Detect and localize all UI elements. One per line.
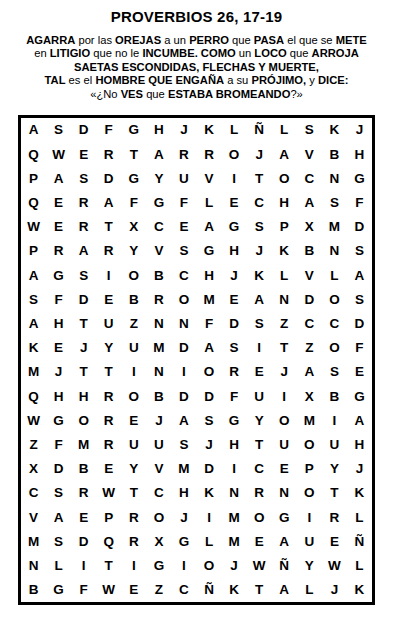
cell-r5c14: D bbox=[347, 215, 372, 239]
cell-r5c13: M bbox=[322, 215, 347, 239]
cell-r9c13: C bbox=[322, 312, 347, 336]
cell-r16c7: H bbox=[171, 481, 196, 505]
cell-r10c14: F bbox=[347, 336, 372, 360]
cell-r14c1: Z bbox=[21, 433, 46, 457]
cell-r2c2: W bbox=[46, 142, 71, 166]
cell-r7c5: O bbox=[121, 263, 146, 287]
cell-r3c13: N bbox=[322, 166, 347, 190]
cell-r9c5: Z bbox=[121, 312, 146, 336]
cell-r14c13: U bbox=[322, 433, 347, 457]
cell-r10c8: A bbox=[196, 336, 221, 360]
cell-r9c10: S bbox=[247, 312, 272, 336]
cell-r13c6: J bbox=[146, 408, 171, 432]
cell-r19c10: W bbox=[247, 554, 272, 578]
cell-r9c1: A bbox=[21, 312, 46, 336]
cell-r1c4: F bbox=[96, 118, 121, 142]
cell-r11c4: T bbox=[96, 360, 121, 384]
cell-r10c10: I bbox=[247, 336, 272, 360]
cell-r4c2: E bbox=[46, 191, 71, 215]
cell-r8c9: E bbox=[222, 287, 247, 311]
cell-r6c11: K bbox=[272, 239, 297, 263]
cell-r17c13: R bbox=[322, 505, 347, 529]
cell-r14c7: S bbox=[171, 433, 196, 457]
cell-r4c13: S bbox=[322, 191, 347, 215]
cell-r19c12: Y bbox=[297, 554, 322, 578]
cell-r10c9: S bbox=[222, 336, 247, 360]
cell-r12c11: I bbox=[272, 384, 297, 408]
cell-r12c9: F bbox=[222, 384, 247, 408]
cell-r17c5: R bbox=[121, 505, 146, 529]
cell-r18c3: D bbox=[71, 529, 96, 553]
cell-r11c11: J bbox=[272, 360, 297, 384]
cell-r9c14: D bbox=[347, 312, 372, 336]
cell-r17c11: G bbox=[272, 505, 297, 529]
cell-r6c3: A bbox=[71, 239, 96, 263]
word-search-grid: ASDFGHJKLÑLSKJQWERTARROJAVBHPASDGYUVITOC… bbox=[18, 115, 375, 605]
cell-r17c3: E bbox=[71, 505, 96, 529]
verse-word-bold: PASA bbox=[254, 34, 284, 46]
cell-r19c6: G bbox=[146, 554, 171, 578]
cell-r19c7: I bbox=[171, 554, 196, 578]
cell-r18c7: G bbox=[171, 529, 196, 553]
verse-word-bold: TAL bbox=[45, 74, 66, 86]
cell-r19c9: J bbox=[222, 554, 247, 578]
cell-r9c2: H bbox=[46, 312, 71, 336]
cell-r9c8: F bbox=[196, 312, 221, 336]
verse-word: un bbox=[236, 47, 255, 59]
cell-r11c9: R bbox=[222, 360, 247, 384]
verse-word-bold: DICE: bbox=[318, 74, 348, 86]
cell-r3c4: D bbox=[96, 166, 121, 190]
verse-word: «¿No bbox=[90, 88, 120, 100]
cell-r20c1: B bbox=[21, 578, 46, 602]
cell-r20c6: Z bbox=[146, 578, 171, 602]
cell-r17c6: O bbox=[146, 505, 171, 529]
verse-word-bold: INCUMBE. bbox=[142, 47, 197, 59]
cell-r17c8: I bbox=[196, 505, 221, 529]
cell-r1c8: K bbox=[196, 118, 221, 142]
cell-r2c11: A bbox=[272, 142, 297, 166]
cell-r3c14: G bbox=[347, 166, 372, 190]
cell-r14c6: U bbox=[146, 433, 171, 457]
cell-r3c2: A bbox=[46, 166, 71, 190]
cell-r14c2: F bbox=[46, 433, 71, 457]
verse-word-bold: PRÓJIMO, bbox=[251, 74, 306, 86]
verse-word-bold: OREJAS bbox=[115, 34, 161, 46]
verse-word-bold: ESTABA BROMEANDO bbox=[168, 88, 290, 100]
cell-r10c5: U bbox=[121, 336, 146, 360]
cell-r16c12: O bbox=[297, 481, 322, 505]
cell-r4c14: F bbox=[347, 191, 372, 215]
cell-r18c13: E bbox=[322, 529, 347, 553]
cell-r11c10: E bbox=[247, 360, 272, 384]
cell-r4c12: A bbox=[297, 191, 322, 215]
verse-word: ?» bbox=[290, 88, 302, 100]
page-title: PROVERBIOS 26, 17-19 bbox=[0, 0, 393, 25]
cell-r15c11: E bbox=[272, 457, 297, 481]
cell-r16c13: T bbox=[322, 481, 347, 505]
cell-r5c11: P bbox=[272, 215, 297, 239]
cell-r2c3: E bbox=[71, 142, 96, 166]
cell-r16c8: K bbox=[196, 481, 221, 505]
verse-text: AGARRA por las OREJAS a un PERRO que PAS… bbox=[0, 34, 393, 101]
cell-r5c5: X bbox=[121, 215, 146, 239]
cell-r7c2: G bbox=[46, 263, 71, 287]
cell-r3c8: V bbox=[196, 166, 221, 190]
cell-r7c3: S bbox=[71, 263, 96, 287]
cell-r6c10: J bbox=[247, 239, 272, 263]
cell-r11c5: I bbox=[121, 360, 146, 384]
cell-r8c14: S bbox=[347, 287, 372, 311]
cell-r1c5: G bbox=[121, 118, 146, 142]
cell-r3c10: T bbox=[247, 166, 272, 190]
cell-r14c11: U bbox=[272, 433, 297, 457]
verse-line: en LITIGIO que no le INCUMBE. COMO un LO… bbox=[0, 47, 393, 60]
cell-r7c4: I bbox=[96, 263, 121, 287]
cell-r20c11: A bbox=[272, 578, 297, 602]
cell-r13c12: M bbox=[297, 408, 322, 432]
cell-r8c4: E bbox=[96, 287, 121, 311]
cell-r10c7: D bbox=[171, 336, 196, 360]
cell-r5c2: E bbox=[46, 215, 71, 239]
cell-r8c3: D bbox=[71, 287, 96, 311]
cell-r15c10: C bbox=[247, 457, 272, 481]
cell-r18c9: M bbox=[222, 529, 247, 553]
cell-r10c13: O bbox=[322, 336, 347, 360]
cell-r13c8: S bbox=[196, 408, 221, 432]
cell-r8c11: N bbox=[272, 287, 297, 311]
cell-r5c8: A bbox=[196, 215, 221, 239]
cell-r14c10: T bbox=[247, 433, 272, 457]
verse-word: que bbox=[143, 88, 168, 100]
cell-r3c11: O bbox=[272, 166, 297, 190]
cell-r20c3: F bbox=[71, 578, 96, 602]
verse-word-bold: PERRO bbox=[189, 34, 229, 46]
cell-r8c6: R bbox=[146, 287, 171, 311]
cell-r12c7: D bbox=[171, 384, 196, 408]
cell-r20c12: L bbox=[297, 578, 322, 602]
cell-r15c1: X bbox=[21, 457, 46, 481]
cell-r20c4: W bbox=[96, 578, 121, 602]
cell-r2c4: R bbox=[96, 142, 121, 166]
cell-r10c11: T bbox=[272, 336, 297, 360]
cell-r16c6: C bbox=[146, 481, 171, 505]
cell-r20c7: C bbox=[171, 578, 196, 602]
verse-line: SAETAS ESCONDIDAS, FLECHAS Y MUERTE, bbox=[0, 61, 393, 74]
cell-r1c7: J bbox=[171, 118, 196, 142]
cell-r15c3: B bbox=[71, 457, 96, 481]
cell-r18c10: E bbox=[247, 529, 272, 553]
cell-r1c3: D bbox=[71, 118, 96, 142]
cell-r5c6: C bbox=[146, 215, 171, 239]
cell-r11c3: T bbox=[71, 360, 96, 384]
verse-word-bold: AGARRA bbox=[26, 34, 75, 46]
cell-r5c4: T bbox=[96, 215, 121, 239]
cell-r1c13: K bbox=[322, 118, 347, 142]
cell-r2c5: T bbox=[121, 142, 146, 166]
cell-r4c3: R bbox=[71, 191, 96, 215]
cell-r7c8: H bbox=[196, 263, 221, 287]
cell-r5c3: R bbox=[71, 215, 96, 239]
verse-word-bold: METE bbox=[336, 34, 367, 46]
cell-r9c6: N bbox=[146, 312, 171, 336]
verse-word-bold: SAETAS ESCONDIDAS, FLECHAS Y MUERTE, bbox=[74, 61, 319, 73]
cell-r7c11: L bbox=[272, 263, 297, 287]
verse-word: en bbox=[34, 47, 50, 59]
verse-word: y bbox=[306, 74, 318, 86]
cell-r15c6: V bbox=[146, 457, 171, 481]
cell-r4c7: F bbox=[171, 191, 196, 215]
cell-r1c6: H bbox=[146, 118, 171, 142]
cell-r12c2: H bbox=[46, 384, 71, 408]
cell-r18c11: A bbox=[272, 529, 297, 553]
cell-r2c13: B bbox=[322, 142, 347, 166]
cell-r3c9: I bbox=[222, 166, 247, 190]
cell-r4c9: E bbox=[222, 191, 247, 215]
cell-r16c9: N bbox=[222, 481, 247, 505]
cell-r14c5: U bbox=[121, 433, 146, 457]
cell-r1c2: S bbox=[46, 118, 71, 142]
cell-r12c8: D bbox=[196, 384, 221, 408]
cell-r13c9: G bbox=[222, 408, 247, 432]
cell-r12c10: U bbox=[247, 384, 272, 408]
cell-r16c5: T bbox=[121, 481, 146, 505]
cell-r4c6: G bbox=[146, 191, 171, 215]
cell-r15c2: D bbox=[46, 457, 71, 481]
cell-r13c5: E bbox=[121, 408, 146, 432]
cell-r11c2: J bbox=[46, 360, 71, 384]
cell-r16c2: S bbox=[46, 481, 71, 505]
cell-r18c14: Ñ bbox=[347, 529, 372, 553]
cell-r1c9: L bbox=[222, 118, 247, 142]
cell-r17c10: O bbox=[247, 505, 272, 529]
cell-r6c8: G bbox=[196, 239, 221, 263]
cell-r16c10: R bbox=[247, 481, 272, 505]
verse-line: TAL es el HOMBRE QUE ENGAÑA a su PRÓJIMO… bbox=[0, 74, 393, 87]
verse-word-bold: VES bbox=[121, 88, 143, 100]
cell-r12c1: Q bbox=[21, 384, 46, 408]
cell-r2c1: Q bbox=[21, 142, 46, 166]
cell-r18c6: X bbox=[146, 529, 171, 553]
cell-r10c4: Y bbox=[96, 336, 121, 360]
cell-r17c9: M bbox=[222, 505, 247, 529]
cell-r14c3: M bbox=[71, 433, 96, 457]
verse-word: a un bbox=[161, 34, 189, 46]
cell-r8c5: B bbox=[121, 287, 146, 311]
cell-r2c7: R bbox=[171, 142, 196, 166]
cell-r7c1: A bbox=[21, 263, 46, 287]
cell-r10c12: Z bbox=[297, 336, 322, 360]
verse-word: el que se bbox=[284, 34, 336, 46]
cell-r11c14: E bbox=[347, 360, 372, 384]
cell-r13c2: G bbox=[46, 408, 71, 432]
verse-word: que bbox=[287, 47, 312, 59]
cell-r5c7: E bbox=[171, 215, 196, 239]
cell-r9c3: T bbox=[71, 312, 96, 336]
cell-r13c13: I bbox=[322, 408, 347, 432]
cell-r17c7: J bbox=[171, 505, 196, 529]
cell-r10c6: M bbox=[146, 336, 171, 360]
cell-r15c7: M bbox=[171, 457, 196, 481]
cell-r2c9: O bbox=[222, 142, 247, 166]
cell-r11c13: S bbox=[322, 360, 347, 384]
cell-r19c5: I bbox=[121, 554, 146, 578]
cell-r20c8: Ñ bbox=[196, 578, 221, 602]
cell-r1c11: L bbox=[272, 118, 297, 142]
cell-r12c12: X bbox=[297, 384, 322, 408]
cell-r12c5: O bbox=[121, 384, 146, 408]
cell-r6c7: S bbox=[171, 239, 196, 263]
cell-r2c10: J bbox=[247, 142, 272, 166]
cell-r19c1: N bbox=[21, 554, 46, 578]
cell-r3c6: Y bbox=[146, 166, 171, 190]
cell-r11c1: M bbox=[21, 360, 46, 384]
cell-r15c5: Y bbox=[121, 457, 146, 481]
cell-r15c12: P bbox=[297, 457, 322, 481]
cell-r2c8: R bbox=[196, 142, 221, 166]
verse-word: por las bbox=[75, 34, 115, 46]
cell-r3c5: G bbox=[121, 166, 146, 190]
cell-r19c4: T bbox=[96, 554, 121, 578]
cell-r1c14: J bbox=[347, 118, 372, 142]
cell-r3c12: C bbox=[297, 166, 322, 190]
cell-r9c9: D bbox=[222, 312, 247, 336]
cell-r18c5: R bbox=[121, 529, 146, 553]
cell-r7c9: J bbox=[222, 263, 247, 287]
verse-word-bold: HOMBRE QUE ENGAÑA bbox=[95, 74, 224, 86]
cell-r19c3: I bbox=[71, 554, 96, 578]
cell-r15c4: E bbox=[96, 457, 121, 481]
cell-r19c2: L bbox=[46, 554, 71, 578]
cell-r11c7: I bbox=[171, 360, 196, 384]
cell-r1c1: A bbox=[21, 118, 46, 142]
cell-r14c8: J bbox=[196, 433, 221, 457]
cell-r14c14: H bbox=[347, 433, 372, 457]
verse-line: AGARRA por las OREJAS a un PERRO que PAS… bbox=[0, 34, 393, 47]
cell-r6c1: P bbox=[21, 239, 46, 263]
cell-r13c4: R bbox=[96, 408, 121, 432]
cell-r14c12: O bbox=[297, 433, 322, 457]
cell-r12c14: G bbox=[347, 384, 372, 408]
cell-r7c14: A bbox=[347, 263, 372, 287]
cell-r16c4: W bbox=[96, 481, 121, 505]
cell-r13c14: A bbox=[347, 408, 372, 432]
cell-r14c4: R bbox=[96, 433, 121, 457]
cell-r1c10: Ñ bbox=[247, 118, 272, 142]
cell-r8c7: O bbox=[171, 287, 196, 311]
cell-r18c1: M bbox=[21, 529, 46, 553]
cell-r12c6: B bbox=[146, 384, 171, 408]
cell-r11c12: A bbox=[297, 360, 322, 384]
cell-r7c6: B bbox=[146, 263, 171, 287]
cell-r9c12: C bbox=[297, 312, 322, 336]
cell-r15c8: D bbox=[196, 457, 221, 481]
cell-r10c1: K bbox=[21, 336, 46, 360]
cell-r8c10: A bbox=[247, 287, 272, 311]
cell-r8c2: F bbox=[46, 287, 71, 311]
cell-r6c9: H bbox=[222, 239, 247, 263]
cell-r14c9: H bbox=[222, 433, 247, 457]
cell-r6c2: R bbox=[46, 239, 71, 263]
cell-r4c8: L bbox=[196, 191, 221, 215]
cell-r10c3: J bbox=[71, 336, 96, 360]
cell-r6c4: R bbox=[96, 239, 121, 263]
cell-r15c14: J bbox=[347, 457, 372, 481]
cell-r12c4: R bbox=[96, 384, 121, 408]
cell-r13c7: A bbox=[171, 408, 196, 432]
cell-r19c8: O bbox=[196, 554, 221, 578]
cell-r20c14: K bbox=[347, 578, 372, 602]
cell-r8c13: O bbox=[322, 287, 347, 311]
cell-r15c13: Y bbox=[322, 457, 347, 481]
cell-r11c8: O bbox=[196, 360, 221, 384]
verse-word-bold: LITIGIO bbox=[50, 47, 90, 59]
cell-r17c12: I bbox=[297, 505, 322, 529]
cell-r8c12: D bbox=[297, 287, 322, 311]
cell-r18c4: Q bbox=[96, 529, 121, 553]
cell-r2c12: V bbox=[297, 142, 322, 166]
verse-word: que bbox=[229, 34, 254, 46]
cell-r8c8: M bbox=[196, 287, 221, 311]
cell-r7c7: C bbox=[171, 263, 196, 287]
cell-r13c1: W bbox=[21, 408, 46, 432]
cell-r20c9: K bbox=[222, 578, 247, 602]
cell-r2c14: H bbox=[347, 142, 372, 166]
cell-r3c3: S bbox=[71, 166, 96, 190]
cell-r13c3: O bbox=[71, 408, 96, 432]
cell-r5c1: W bbox=[21, 215, 46, 239]
cell-r13c11: O bbox=[272, 408, 297, 432]
cell-r4c10: C bbox=[247, 191, 272, 215]
cell-r18c2: S bbox=[46, 529, 71, 553]
cell-r17c14: L bbox=[347, 505, 372, 529]
cell-r5c10: S bbox=[247, 215, 272, 239]
cell-r20c2: G bbox=[46, 578, 71, 602]
cell-r4c5: F bbox=[121, 191, 146, 215]
cell-r9c7: N bbox=[171, 312, 196, 336]
cell-r2c6: A bbox=[146, 142, 171, 166]
cell-r4c11: H bbox=[272, 191, 297, 215]
cell-r4c1: Q bbox=[21, 191, 46, 215]
cell-r8c1: S bbox=[21, 287, 46, 311]
cell-r20c10: T bbox=[247, 578, 272, 602]
cell-r10c2: E bbox=[46, 336, 71, 360]
cell-r12c13: B bbox=[322, 384, 347, 408]
cell-r19c14: L bbox=[347, 554, 372, 578]
cell-r3c7: U bbox=[171, 166, 196, 190]
cell-r16c11: N bbox=[272, 481, 297, 505]
cell-r20c13: J bbox=[322, 578, 347, 602]
cell-r7c13: L bbox=[322, 263, 347, 287]
cell-r9c11: Z bbox=[272, 312, 297, 336]
cell-r12c3: H bbox=[71, 384, 96, 408]
cell-r9c4: U bbox=[96, 312, 121, 336]
cell-r1c12: S bbox=[297, 118, 322, 142]
cell-r16c3: R bbox=[71, 481, 96, 505]
verse-word: a su bbox=[224, 74, 251, 86]
cell-r6c13: N bbox=[322, 239, 347, 263]
cell-r19c13: W bbox=[322, 554, 347, 578]
cell-r7c10: K bbox=[247, 263, 272, 287]
cell-r11c6: N bbox=[146, 360, 171, 384]
cell-r16c14: K bbox=[347, 481, 372, 505]
word-search-page: PROVERBIOS 26, 17-19 AGARRA por las OREJ… bbox=[0, 0, 393, 627]
verse-word-bold: LOCO bbox=[254, 47, 286, 59]
cell-r6c6: V bbox=[146, 239, 171, 263]
verse-word-bold: ARROJA bbox=[312, 47, 359, 59]
cell-r6c14: S bbox=[347, 239, 372, 263]
cell-r18c8: L bbox=[196, 529, 221, 553]
